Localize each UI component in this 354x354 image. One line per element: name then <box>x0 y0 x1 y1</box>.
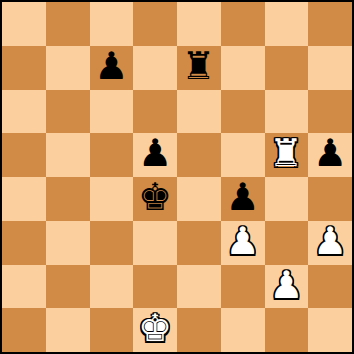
square-c8[interactable] <box>90 2 134 46</box>
square-f6[interactable] <box>221 90 265 134</box>
square-f8[interactable] <box>221 2 265 46</box>
square-d1[interactable]: ♚ <box>133 308 177 352</box>
square-g1[interactable] <box>265 308 309 352</box>
square-c6[interactable] <box>90 90 134 134</box>
square-d5[interactable]: ♟ <box>133 133 177 177</box>
square-g3[interactable] <box>265 221 309 265</box>
square-e6[interactable] <box>177 90 221 134</box>
square-a4[interactable] <box>2 177 46 221</box>
square-f2[interactable] <box>221 265 265 309</box>
square-g7[interactable] <box>265 46 309 90</box>
square-b4[interactable] <box>46 177 90 221</box>
square-c7[interactable]: ♟ <box>90 46 134 90</box>
square-f4[interactable]: ♟ <box>221 177 265 221</box>
square-a2[interactable] <box>2 265 46 309</box>
chess-board: ♟♜♟♜♟♚♟♟♟♟♚ <box>2 2 352 352</box>
square-g6[interactable] <box>265 90 309 134</box>
square-f5[interactable] <box>221 133 265 177</box>
square-c2[interactable] <box>90 265 134 309</box>
piece-black-pawn-f4[interactable]: ♟ <box>226 177 260 220</box>
square-h1[interactable] <box>308 308 352 352</box>
piece-white-pawn-h3[interactable]: ♟ <box>313 221 347 264</box>
square-b3[interactable] <box>46 221 90 265</box>
square-h8[interactable] <box>308 2 352 46</box>
square-e2[interactable] <box>177 265 221 309</box>
square-a5[interactable] <box>2 133 46 177</box>
square-d2[interactable] <box>133 265 177 309</box>
square-a3[interactable] <box>2 221 46 265</box>
square-d8[interactable] <box>133 2 177 46</box>
piece-white-pawn-f3[interactable]: ♟ <box>226 221 260 264</box>
piece-black-rook-e7[interactable]: ♜ <box>182 46 216 89</box>
square-e8[interactable] <box>177 2 221 46</box>
chess-board-frame: ♟♜♟♜♟♚♟♟♟♟♚ <box>0 0 354 354</box>
square-c3[interactable] <box>90 221 134 265</box>
square-b1[interactable] <box>46 308 90 352</box>
square-c1[interactable] <box>90 308 134 352</box>
piece-white-rook-g5[interactable]: ♜ <box>269 133 303 176</box>
piece-black-king-d4[interactable]: ♚ <box>138 177 172 220</box>
square-b8[interactable] <box>46 2 90 46</box>
square-e3[interactable] <box>177 221 221 265</box>
square-h3[interactable]: ♟ <box>308 221 352 265</box>
square-a1[interactable] <box>2 308 46 352</box>
square-b2[interactable] <box>46 265 90 309</box>
square-b5[interactable] <box>46 133 90 177</box>
square-d3[interactable] <box>133 221 177 265</box>
square-g2[interactable]: ♟ <box>265 265 309 309</box>
square-a7[interactable] <box>2 46 46 90</box>
square-e1[interactable] <box>177 308 221 352</box>
square-f1[interactable] <box>221 308 265 352</box>
square-b7[interactable] <box>46 46 90 90</box>
square-e7[interactable]: ♜ <box>177 46 221 90</box>
piece-black-pawn-h5[interactable]: ♟ <box>313 133 347 176</box>
square-f7[interactable] <box>221 46 265 90</box>
square-a6[interactable] <box>2 90 46 134</box>
square-e5[interactable] <box>177 133 221 177</box>
square-h5[interactable]: ♟ <box>308 133 352 177</box>
piece-white-pawn-g2[interactable]: ♟ <box>269 265 303 308</box>
piece-black-pawn-d5[interactable]: ♟ <box>138 133 172 176</box>
square-e4[interactable] <box>177 177 221 221</box>
square-h6[interactable] <box>308 90 352 134</box>
square-h4[interactable] <box>308 177 352 221</box>
square-d7[interactable] <box>133 46 177 90</box>
square-b6[interactable] <box>46 90 90 134</box>
square-d4[interactable]: ♚ <box>133 177 177 221</box>
square-c5[interactable] <box>90 133 134 177</box>
square-g5[interactable]: ♜ <box>265 133 309 177</box>
square-f3[interactable]: ♟ <box>221 221 265 265</box>
piece-black-pawn-c7[interactable]: ♟ <box>94 46 128 89</box>
square-h2[interactable] <box>308 265 352 309</box>
square-g4[interactable] <box>265 177 309 221</box>
square-g8[interactable] <box>265 2 309 46</box>
square-d6[interactable] <box>133 90 177 134</box>
piece-white-king-d1[interactable]: ♚ <box>138 308 172 351</box>
square-c4[interactable] <box>90 177 134 221</box>
square-a8[interactable] <box>2 2 46 46</box>
square-h7[interactable] <box>308 46 352 90</box>
